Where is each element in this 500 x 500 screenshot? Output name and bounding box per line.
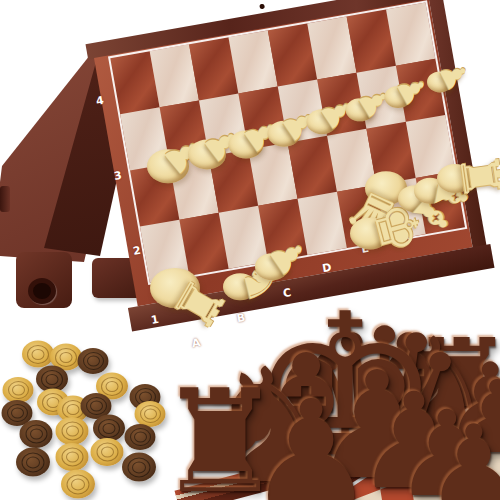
clasp-ring-icon	[28, 278, 56, 304]
rank-label-2: 2	[132, 244, 142, 258]
rank-label-1: 1	[150, 313, 160, 327]
hinge-pin	[0, 186, 10, 212]
yellow-checker-disc	[56, 443, 89, 471]
checker-ring-icon	[30, 429, 43, 440]
product-photo: 4321ABCDE ♟♟♟♟♟♟♟♟♜♞♟♛♚♝♝♜ ♜♞♟♟♝♛♚♝♞♟♟♟♟…	[0, 0, 500, 500]
board-square-h4	[386, 3, 435, 66]
checker-ring-icon	[66, 452, 79, 463]
brown-checker-disc	[78, 348, 109, 374]
checker-ring-icon	[26, 456, 40, 468]
brown-checker-disc	[20, 420, 53, 448]
checker-ring-icon	[87, 356, 100, 367]
yellow-checker-disc	[91, 438, 124, 466]
checker-ring-icon	[144, 409, 157, 420]
checker-ring-icon	[11, 408, 24, 419]
checker-ring-icon	[134, 432, 147, 443]
rank-label-4: 4	[95, 94, 105, 108]
checker-ring-icon	[132, 461, 146, 473]
rank-label-3: 3	[113, 169, 123, 183]
checker-ring-icon	[67, 404, 80, 415]
checker-ring-icon	[106, 381, 119, 392]
checker-ring-icon	[71, 478, 85, 490]
checker-ring-icon	[32, 349, 45, 360]
brown-checker-disc	[125, 424, 156, 450]
brown-checker-disc	[16, 448, 50, 477]
checker-ring-icon	[46, 374, 59, 385]
checker-ring-icon	[90, 401, 103, 412]
checker-ring-icon	[12, 385, 25, 396]
checker-ring-icon	[103, 423, 116, 434]
dark-pawn-piece: ♟	[426, 411, 500, 500]
brown-checker-disc	[122, 453, 156, 482]
checker-ring-icon	[60, 352, 73, 363]
cream-rook-piece: ♜	[452, 150, 500, 203]
checker-ring-icon	[66, 426, 79, 437]
yellow-checker-disc	[56, 417, 89, 445]
frame-hole-icon	[259, 4, 265, 10]
yellow-checker-disc	[61, 470, 95, 499]
checker-ring-icon	[101, 447, 114, 458]
dark-rook-piece: ♜	[156, 371, 283, 500]
